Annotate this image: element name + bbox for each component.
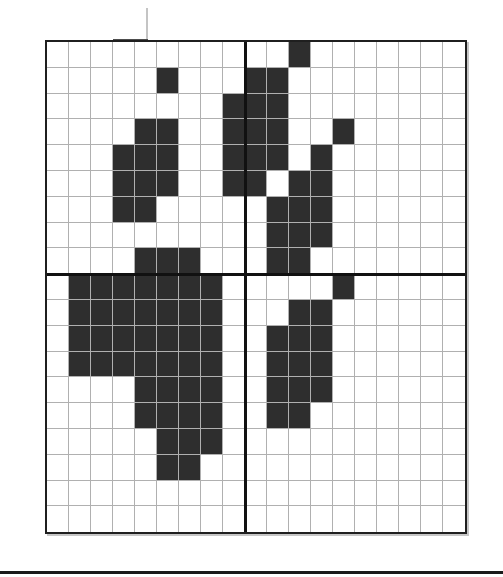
cell-r3-c13[interactable] [333, 119, 355, 145]
cell-r16-c18[interactable] [443, 455, 465, 481]
cell-r10-c0[interactable] [47, 300, 69, 326]
cell-r17-c12[interactable] [311, 481, 333, 507]
cell-r9-c15[interactable] [377, 274, 399, 300]
cell-r6-c8[interactable] [223, 197, 245, 223]
cell-r12-c6[interactable] [179, 352, 201, 378]
cell-r9-c2[interactable] [91, 274, 113, 300]
cell-r7-c9[interactable] [245, 223, 267, 249]
cell-r11-c8[interactable] [223, 326, 245, 352]
cell-r18-c9[interactable] [245, 506, 267, 532]
cell-r12-c3[interactable] [113, 352, 135, 378]
cell-r15-c11[interactable] [289, 429, 311, 455]
cell-r5-c12[interactable] [311, 171, 333, 197]
cell-r3-c4[interactable] [135, 119, 157, 145]
cell-r17-c0[interactable] [47, 481, 69, 507]
cell-r16-c17[interactable] [421, 455, 443, 481]
cell-r3-c0[interactable] [47, 119, 69, 145]
cell-r16-c11[interactable] [289, 455, 311, 481]
cell-r18-c10[interactable] [267, 506, 289, 532]
cell-r15-c15[interactable] [377, 429, 399, 455]
cell-r15-c14[interactable] [355, 429, 377, 455]
cell-r14-c13[interactable] [333, 403, 355, 429]
cell-r7-c11[interactable] [289, 223, 311, 249]
cell-r0-c3[interactable] [113, 42, 135, 68]
cell-r2-c3[interactable] [113, 94, 135, 120]
cell-r0-c6[interactable] [179, 42, 201, 68]
cell-r4-c16[interactable] [399, 145, 421, 171]
cell-r1-c16[interactable] [399, 68, 421, 94]
cell-r15-c6[interactable] [179, 429, 201, 455]
cell-r0-c15[interactable] [377, 42, 399, 68]
cell-r13-c11[interactable] [289, 377, 311, 403]
cell-r8-c15[interactable] [377, 248, 399, 274]
cell-r8-c10[interactable] [267, 248, 289, 274]
cell-r15-c13[interactable] [333, 429, 355, 455]
cell-r4-c0[interactable] [47, 145, 69, 171]
cell-r9-c10[interactable] [267, 274, 289, 300]
cell-r15-c5[interactable] [157, 429, 179, 455]
cell-r18-c18[interactable] [443, 506, 465, 532]
cell-r18-c4[interactable] [135, 506, 157, 532]
cell-r1-c10[interactable] [267, 68, 289, 94]
cell-r10-c3[interactable] [113, 300, 135, 326]
cell-r12-c12[interactable] [311, 352, 333, 378]
cell-r11-c12[interactable] [311, 326, 333, 352]
cell-r1-c0[interactable] [47, 68, 69, 94]
cell-r12-c5[interactable] [157, 352, 179, 378]
cell-r1-c1[interactable] [69, 68, 91, 94]
cell-r0-c7[interactable] [201, 42, 223, 68]
cell-r14-c9[interactable] [245, 403, 267, 429]
cell-r18-c12[interactable] [311, 506, 333, 532]
cell-r13-c6[interactable] [179, 377, 201, 403]
cell-r14-c14[interactable] [355, 403, 377, 429]
cell-r14-c12[interactable] [311, 403, 333, 429]
cell-r14-c10[interactable] [267, 403, 289, 429]
cell-r6-c7[interactable] [201, 197, 223, 223]
cell-r5-c7[interactable] [201, 171, 223, 197]
cell-r0-c12[interactable] [311, 42, 333, 68]
cell-r3-c14[interactable] [355, 119, 377, 145]
cell-r15-c7[interactable] [201, 429, 223, 455]
cell-r1-c18[interactable] [443, 68, 465, 94]
cell-r7-c15[interactable] [377, 223, 399, 249]
cell-r11-c5[interactable] [157, 326, 179, 352]
cell-r16-c0[interactable] [47, 455, 69, 481]
cell-r18-c16[interactable] [399, 506, 421, 532]
cell-r13-c16[interactable] [399, 377, 421, 403]
cell-r9-c9[interactable] [245, 274, 267, 300]
cell-r18-c1[interactable] [69, 506, 91, 532]
cell-r0-c4[interactable] [135, 42, 157, 68]
cell-r17-c8[interactable] [223, 481, 245, 507]
cell-r0-c0[interactable] [47, 42, 69, 68]
cell-r18-c17[interactable] [421, 506, 443, 532]
cell-r12-c10[interactable] [267, 352, 289, 378]
cell-r17-c3[interactable] [113, 481, 135, 507]
cell-r5-c17[interactable] [421, 171, 443, 197]
cell-r15-c9[interactable] [245, 429, 267, 455]
cell-r9-c0[interactable] [47, 274, 69, 300]
cell-r3-c8[interactable] [223, 119, 245, 145]
cell-r14-c6[interactable] [179, 403, 201, 429]
cell-r13-c5[interactable] [157, 377, 179, 403]
cell-r10-c15[interactable] [377, 300, 399, 326]
cell-r11-c0[interactable] [47, 326, 69, 352]
cell-r4-c17[interactable] [421, 145, 443, 171]
cell-r18-c7[interactable] [201, 506, 223, 532]
cell-r2-c1[interactable] [69, 94, 91, 120]
cell-r18-c15[interactable] [377, 506, 399, 532]
cell-r8-c2[interactable] [91, 248, 113, 274]
cell-r16-c15[interactable] [377, 455, 399, 481]
cell-r18-c2[interactable] [91, 506, 113, 532]
cell-r11-c11[interactable] [289, 326, 311, 352]
cell-r10-c4[interactable] [135, 300, 157, 326]
cell-r0-c11[interactable] [289, 42, 311, 68]
cell-r12-c0[interactable] [47, 352, 69, 378]
cell-r5-c18[interactable] [443, 171, 465, 197]
cell-r2-c9[interactable] [245, 94, 267, 120]
cell-r12-c9[interactable] [245, 352, 267, 378]
cell-r18-c0[interactable] [47, 506, 69, 532]
cell-r17-c18[interactable] [443, 481, 465, 507]
cell-r17-c6[interactable] [179, 481, 201, 507]
cell-r9-c12[interactable] [311, 274, 333, 300]
cell-r4-c11[interactable] [289, 145, 311, 171]
cell-r10-c10[interactable] [267, 300, 289, 326]
cell-r11-c4[interactable] [135, 326, 157, 352]
cell-r3-c7[interactable] [201, 119, 223, 145]
cell-r3-c1[interactable] [69, 119, 91, 145]
cell-r8-c13[interactable] [333, 248, 355, 274]
cell-r2-c10[interactable] [267, 94, 289, 120]
cell-r3-c10[interactable] [267, 119, 289, 145]
cell-r12-c4[interactable] [135, 352, 157, 378]
cell-r13-c12[interactable] [311, 377, 333, 403]
cell-r13-c2[interactable] [91, 377, 113, 403]
cell-r4-c2[interactable] [91, 145, 113, 171]
cell-r14-c4[interactable] [135, 403, 157, 429]
cell-r6-c5[interactable] [157, 197, 179, 223]
cell-r9-c17[interactable] [421, 274, 443, 300]
cell-r12-c17[interactable] [421, 352, 443, 378]
cell-r15-c10[interactable] [267, 429, 289, 455]
cell-r5-c4[interactable] [135, 171, 157, 197]
cell-r13-c10[interactable] [267, 377, 289, 403]
cell-r2-c11[interactable] [289, 94, 311, 120]
cell-r17-c2[interactable] [91, 481, 113, 507]
cell-r2-c15[interactable] [377, 94, 399, 120]
cell-r0-c14[interactable] [355, 42, 377, 68]
cell-r3-c9[interactable] [245, 119, 267, 145]
cell-r18-c13[interactable] [333, 506, 355, 532]
cell-r14-c1[interactable] [69, 403, 91, 429]
cell-r8-c5[interactable] [157, 248, 179, 274]
cell-r17-c9[interactable] [245, 481, 267, 507]
cell-r0-c8[interactable] [223, 42, 245, 68]
cell-r1-c8[interactable] [223, 68, 245, 94]
cell-r14-c16[interactable] [399, 403, 421, 429]
cell-r0-c2[interactable] [91, 42, 113, 68]
cell-r14-c0[interactable] [47, 403, 69, 429]
cell-r14-c18[interactable] [443, 403, 465, 429]
cell-r3-c16[interactable] [399, 119, 421, 145]
cell-r6-c11[interactable] [289, 197, 311, 223]
cell-r12-c11[interactable] [289, 352, 311, 378]
cell-r17-c5[interactable] [157, 481, 179, 507]
cell-r6-c0[interactable] [47, 197, 69, 223]
cell-r10-c9[interactable] [245, 300, 267, 326]
cell-r11-c1[interactable] [69, 326, 91, 352]
cell-r5-c16[interactable] [399, 171, 421, 197]
cell-r13-c9[interactable] [245, 377, 267, 403]
cell-r5-c5[interactable] [157, 171, 179, 197]
cell-r13-c7[interactable] [201, 377, 223, 403]
cell-r16-c9[interactable] [245, 455, 267, 481]
cell-r18-c5[interactable] [157, 506, 179, 532]
cell-r12-c7[interactable] [201, 352, 223, 378]
cell-r11-c15[interactable] [377, 326, 399, 352]
cell-r5-c10[interactable] [267, 171, 289, 197]
cell-r1-c17[interactable] [421, 68, 443, 94]
cell-r12-c8[interactable] [223, 352, 245, 378]
cell-r15-c1[interactable] [69, 429, 91, 455]
cell-r4-c9[interactable] [245, 145, 267, 171]
cell-r14-c8[interactable] [223, 403, 245, 429]
cell-r13-c15[interactable] [377, 377, 399, 403]
cell-r4-c4[interactable] [135, 145, 157, 171]
cell-r13-c13[interactable] [333, 377, 355, 403]
cell-r5-c13[interactable] [333, 171, 355, 197]
cell-r8-c7[interactable] [201, 248, 223, 274]
cell-r1-c7[interactable] [201, 68, 223, 94]
cell-r8-c18[interactable] [443, 248, 465, 274]
cell-r11-c6[interactable] [179, 326, 201, 352]
cell-r2-c12[interactable] [311, 94, 333, 120]
cell-r11-c9[interactable] [245, 326, 267, 352]
cell-r9-c3[interactable] [113, 274, 135, 300]
cell-r7-c0[interactable] [47, 223, 69, 249]
cell-r15-c4[interactable] [135, 429, 157, 455]
cell-r17-c14[interactable] [355, 481, 377, 507]
cell-r8-c16[interactable] [399, 248, 421, 274]
cell-r10-c11[interactable] [289, 300, 311, 326]
cell-r5-c1[interactable] [69, 171, 91, 197]
cell-r13-c17[interactable] [421, 377, 443, 403]
cell-r16-c6[interactable] [179, 455, 201, 481]
cell-r0-c5[interactable] [157, 42, 179, 68]
cell-r1-c4[interactable] [135, 68, 157, 94]
cell-r7-c13[interactable] [333, 223, 355, 249]
cell-r3-c2[interactable] [91, 119, 113, 145]
cell-r1-c12[interactable] [311, 68, 333, 94]
cell-r17-c15[interactable] [377, 481, 399, 507]
cell-r10-c6[interactable] [179, 300, 201, 326]
cell-r17-c1[interactable] [69, 481, 91, 507]
cell-r7-c18[interactable] [443, 223, 465, 249]
cell-r9-c16[interactable] [399, 274, 421, 300]
cell-r0-c9[interactable] [245, 42, 267, 68]
cell-r15-c17[interactable] [421, 429, 443, 455]
cell-r12-c16[interactable] [399, 352, 421, 378]
cell-r16-c8[interactable] [223, 455, 245, 481]
cell-r5-c6[interactable] [179, 171, 201, 197]
cell-r12-c2[interactable] [91, 352, 113, 378]
cell-r7-c4[interactable] [135, 223, 157, 249]
cell-r16-c10[interactable] [267, 455, 289, 481]
cell-r11-c2[interactable] [91, 326, 113, 352]
cell-r14-c3[interactable] [113, 403, 135, 429]
cell-r1-c13[interactable] [333, 68, 355, 94]
cell-r7-c17[interactable] [421, 223, 443, 249]
cell-r13-c1[interactable] [69, 377, 91, 403]
cell-r5-c9[interactable] [245, 171, 267, 197]
cell-r1-c11[interactable] [289, 68, 311, 94]
cell-r10-c7[interactable] [201, 300, 223, 326]
cell-r16-c2[interactable] [91, 455, 113, 481]
cell-r15-c8[interactable] [223, 429, 245, 455]
cell-r8-c6[interactable] [179, 248, 201, 274]
cell-r7-c16[interactable] [399, 223, 421, 249]
cell-r9-c6[interactable] [179, 274, 201, 300]
cell-r1-c5[interactable] [157, 68, 179, 94]
cell-r4-c3[interactable] [113, 145, 135, 171]
cell-r7-c1[interactable] [69, 223, 91, 249]
cell-r9-c1[interactable] [69, 274, 91, 300]
cell-r6-c9[interactable] [245, 197, 267, 223]
cell-r15-c3[interactable] [113, 429, 135, 455]
cell-r6-c1[interactable] [69, 197, 91, 223]
cell-r5-c8[interactable] [223, 171, 245, 197]
cell-r16-c4[interactable] [135, 455, 157, 481]
cell-r0-c17[interactable] [421, 42, 443, 68]
cell-r6-c4[interactable] [135, 197, 157, 223]
cell-r17-c10[interactable] [267, 481, 289, 507]
cell-r12-c18[interactable] [443, 352, 465, 378]
cell-r6-c6[interactable] [179, 197, 201, 223]
cell-r4-c10[interactable] [267, 145, 289, 171]
cell-r6-c3[interactable] [113, 197, 135, 223]
cell-r0-c16[interactable] [399, 42, 421, 68]
cell-r4-c5[interactable] [157, 145, 179, 171]
cell-r9-c13[interactable] [333, 274, 355, 300]
cell-r3-c18[interactable] [443, 119, 465, 145]
cell-r16-c7[interactable] [201, 455, 223, 481]
cell-r4-c7[interactable] [201, 145, 223, 171]
cell-r16-c13[interactable] [333, 455, 355, 481]
cell-r8-c12[interactable] [311, 248, 333, 274]
cell-r10-c17[interactable] [421, 300, 443, 326]
cell-r11-c13[interactable] [333, 326, 355, 352]
cell-r9-c18[interactable] [443, 274, 465, 300]
cell-r8-c14[interactable] [355, 248, 377, 274]
cell-r2-c16[interactable] [399, 94, 421, 120]
cell-r14-c17[interactable] [421, 403, 443, 429]
cell-r4-c14[interactable] [355, 145, 377, 171]
cell-r5-c15[interactable] [377, 171, 399, 197]
cell-r11-c16[interactable] [399, 326, 421, 352]
cell-r12-c1[interactable] [69, 352, 91, 378]
cell-r11-c14[interactable] [355, 326, 377, 352]
cell-r11-c10[interactable] [267, 326, 289, 352]
cell-r2-c7[interactable] [201, 94, 223, 120]
cell-r1-c9[interactable] [245, 68, 267, 94]
cell-r14-c2[interactable] [91, 403, 113, 429]
cell-r5-c11[interactable] [289, 171, 311, 197]
cell-r6-c14[interactable] [355, 197, 377, 223]
cell-r17-c7[interactable] [201, 481, 223, 507]
cell-r17-c17[interactable] [421, 481, 443, 507]
cell-r13-c14[interactable] [355, 377, 377, 403]
cell-r12-c15[interactable] [377, 352, 399, 378]
cell-r1-c2[interactable] [91, 68, 113, 94]
cell-r10-c2[interactable] [91, 300, 113, 326]
cell-r15-c0[interactable] [47, 429, 69, 455]
cell-r4-c12[interactable] [311, 145, 333, 171]
cell-r10-c5[interactable] [157, 300, 179, 326]
cell-r5-c2[interactable] [91, 171, 113, 197]
cell-r7-c8[interactable] [223, 223, 245, 249]
cell-r13-c0[interactable] [47, 377, 69, 403]
cell-r18-c3[interactable] [113, 506, 135, 532]
cell-r4-c18[interactable] [443, 145, 465, 171]
cell-r14-c5[interactable] [157, 403, 179, 429]
cell-r10-c16[interactable] [399, 300, 421, 326]
cell-r3-c17[interactable] [421, 119, 443, 145]
cell-r3-c12[interactable] [311, 119, 333, 145]
cell-r13-c8[interactable] [223, 377, 245, 403]
cell-r8-c17[interactable] [421, 248, 443, 274]
cell-r16-c3[interactable] [113, 455, 135, 481]
cell-r2-c6[interactable] [179, 94, 201, 120]
cell-r17-c4[interactable] [135, 481, 157, 507]
cell-r6-c17[interactable] [421, 197, 443, 223]
cell-r8-c11[interactable] [289, 248, 311, 274]
cell-r6-c2[interactable] [91, 197, 113, 223]
cell-r16-c16[interactable] [399, 455, 421, 481]
cell-r2-c14[interactable] [355, 94, 377, 120]
cell-r2-c13[interactable] [333, 94, 355, 120]
cell-r6-c13[interactable] [333, 197, 355, 223]
cell-r13-c3[interactable] [113, 377, 135, 403]
cell-r12-c13[interactable] [333, 352, 355, 378]
cell-r4-c15[interactable] [377, 145, 399, 171]
cell-r0-c13[interactable] [333, 42, 355, 68]
cell-r17-c13[interactable] [333, 481, 355, 507]
cell-r10-c12[interactable] [311, 300, 333, 326]
cell-r8-c8[interactable] [223, 248, 245, 274]
cell-r16-c14[interactable] [355, 455, 377, 481]
cell-r8-c3[interactable] [113, 248, 135, 274]
cell-r6-c16[interactable] [399, 197, 421, 223]
cell-r8-c0[interactable] [47, 248, 69, 274]
cell-r7-c14[interactable] [355, 223, 377, 249]
cell-r9-c8[interactable] [223, 274, 245, 300]
cell-r8-c9[interactable] [245, 248, 267, 274]
cell-r1-c3[interactable] [113, 68, 135, 94]
cell-r3-c3[interactable] [113, 119, 135, 145]
cell-r6-c15[interactable] [377, 197, 399, 223]
cell-r14-c15[interactable] [377, 403, 399, 429]
cell-r7-c7[interactable] [201, 223, 223, 249]
cell-r5-c3[interactable] [113, 171, 135, 197]
cell-r2-c5[interactable] [157, 94, 179, 120]
cell-r7-c5[interactable] [157, 223, 179, 249]
cell-r4-c1[interactable] [69, 145, 91, 171]
cell-r10-c13[interactable] [333, 300, 355, 326]
cell-r1-c6[interactable] [179, 68, 201, 94]
